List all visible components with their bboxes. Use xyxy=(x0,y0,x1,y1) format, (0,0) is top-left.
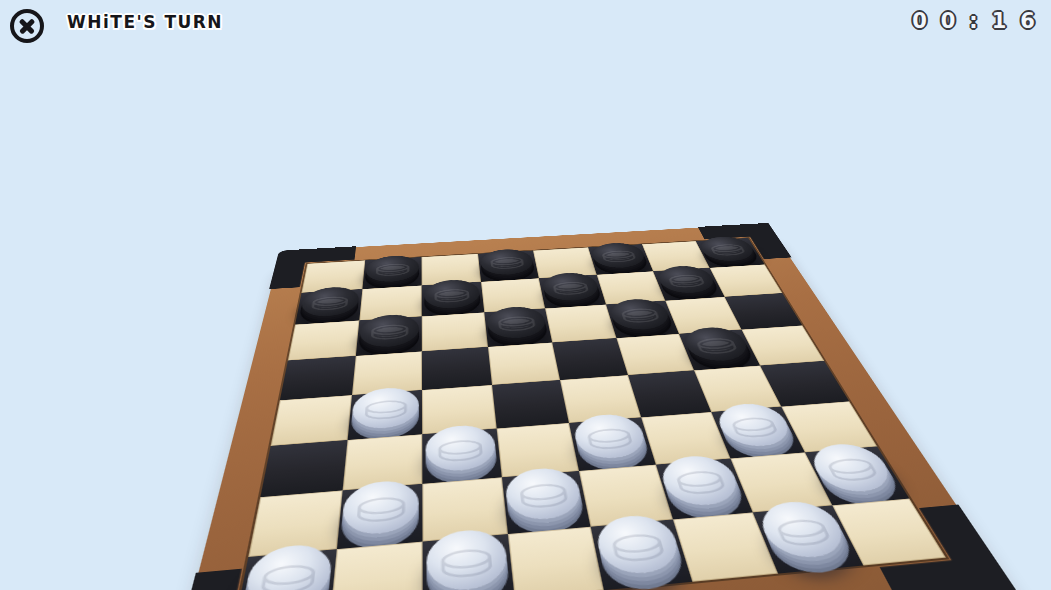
square-b2[interactable]: ⛀ xyxy=(336,484,422,549)
black-man-glyph: ⛂ xyxy=(668,278,704,280)
white-man-glyph: ⛀ xyxy=(731,423,776,427)
piece-white-man[interactable]: ⛀ xyxy=(425,424,497,474)
piece-black-man[interactable]: ⛂ xyxy=(540,272,601,303)
close-button[interactable] xyxy=(10,9,44,43)
white-man-glyph: ⛀ xyxy=(675,478,724,482)
square-b4[interactable]: ⛀ xyxy=(347,390,422,440)
black-man-glyph: ⛂ xyxy=(374,267,411,269)
white-man-glyph: ⛀ xyxy=(355,504,407,508)
piece-white-man[interactable]: ⛀ xyxy=(592,513,684,577)
checkers-board: ⛂⛂⛂⛂⛂⛂⛂⛂⛂⛂⛂⛂⛀⛀⛀⛀⛀⛀⛀⛀⛀⛀⛀⛀ xyxy=(235,238,946,590)
white-man-glyph: ⛀ xyxy=(586,434,633,438)
square-d1[interactable] xyxy=(507,526,604,590)
piece-black-man[interactable]: ⛂ xyxy=(696,235,759,262)
piece-black-man[interactable]: ⛂ xyxy=(589,242,648,269)
black-man-glyph: ⛂ xyxy=(489,261,525,263)
square-c6[interactable] xyxy=(422,312,488,351)
square-e6[interactable] xyxy=(545,304,616,342)
square-d5[interactable] xyxy=(487,342,560,385)
square-d6[interactable]: ⛂ xyxy=(484,308,552,346)
black-man-glyph: ⛂ xyxy=(311,300,350,302)
piece-white-man[interactable]: ⛀ xyxy=(504,466,585,522)
square-b8[interactable]: ⛂ xyxy=(362,257,422,289)
square-b1[interactable] xyxy=(330,541,423,590)
square-a6[interactable] xyxy=(288,320,359,360)
turn-indicator: WHiTE'S TURN xyxy=(67,12,223,32)
piece-black-man[interactable]: ⛂ xyxy=(480,248,536,276)
piece-white-man[interactable]: ⛀ xyxy=(426,527,509,590)
white-man-glyph: ⛀ xyxy=(260,573,317,578)
piece-black-man[interactable]: ⛂ xyxy=(365,254,419,283)
square-b6[interactable]: ⛂ xyxy=(355,316,422,355)
square-c3[interactable]: ⛀ xyxy=(422,428,501,484)
white-man-glyph: ⛀ xyxy=(610,542,663,547)
board-frame: ⛂⛂⛂⛂⛂⛂⛂⛂⛂⛂⛂⛂⛀⛀⛀⛀⛀⛀⛀⛀⛀⛀⛀⛀ xyxy=(173,224,1012,590)
white-man-glyph: ⛀ xyxy=(363,406,409,409)
board-scene: ⛂⛂⛂⛂⛂⛂⛂⛂⛂⛂⛂⛂⛀⛀⛀⛀⛀⛀⛀⛀⛀⛀⛀⛀ xyxy=(140,168,980,590)
game-screen: { "game": "checkers", "view": "3d-perspe… xyxy=(0,0,1051,590)
black-man-glyph: ⛂ xyxy=(552,285,589,287)
square-a5[interactable] xyxy=(280,356,356,401)
black-man-glyph: ⛂ xyxy=(696,342,736,345)
square-c5[interactable] xyxy=(422,347,492,390)
square-c7[interactable]: ⛂ xyxy=(422,282,484,317)
square-c1[interactable]: ⛀ xyxy=(423,534,515,590)
square-a3[interactable] xyxy=(260,440,347,497)
black-man-glyph: ⛂ xyxy=(601,254,636,256)
square-e7[interactable]: ⛂ xyxy=(539,274,606,308)
white-man-glyph: ⛀ xyxy=(776,527,827,532)
black-man-glyph: ⛂ xyxy=(620,313,659,316)
piece-black-man[interactable]: ⛂ xyxy=(607,297,674,331)
white-man-glyph: ⛀ xyxy=(436,446,484,450)
board-tilt: ⛂⛂⛂⛂⛂⛂⛂⛂⛂⛂⛂⛂⛀⛀⛀⛀⛀⛀⛀⛀⛀⛀⛀⛀ xyxy=(173,224,1012,590)
white-man-glyph: ⛀ xyxy=(827,465,874,469)
game-timer: 00:16 xyxy=(912,9,1049,33)
black-man-glyph: ⛂ xyxy=(433,293,471,295)
white-man-glyph: ⛀ xyxy=(439,557,494,562)
black-man-glyph: ⛂ xyxy=(369,329,410,332)
square-e5[interactable] xyxy=(552,338,627,380)
black-man-glyph: ⛂ xyxy=(496,321,536,324)
square-d2[interactable]: ⛀ xyxy=(501,471,590,534)
black-man-glyph: ⛂ xyxy=(710,248,744,250)
piece-black-man[interactable]: ⛂ xyxy=(424,279,481,311)
close-icon xyxy=(18,17,36,35)
square-d4[interactable] xyxy=(492,380,569,428)
white-man-glyph: ⛀ xyxy=(518,491,569,495)
piece-white-man[interactable]: ⛀ xyxy=(571,413,650,462)
piece-black-man[interactable]: ⛂ xyxy=(486,305,548,340)
square-d8[interactable]: ⛂ xyxy=(478,251,539,282)
square-a4[interactable] xyxy=(271,395,352,445)
square-a7[interactable]: ⛂ xyxy=(295,289,362,325)
